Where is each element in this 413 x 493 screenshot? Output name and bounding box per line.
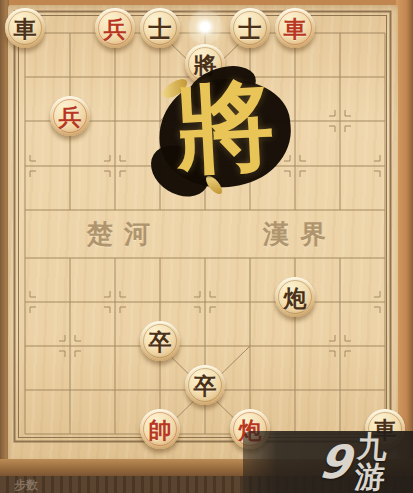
watermark-9game-logo: 9 (317, 439, 354, 485)
piece-red-chariot[interactable]: 車 (275, 8, 315, 48)
watermark-panel: 9 九游 (243, 431, 413, 493)
piece-red-general[interactable]: 帥 (140, 409, 180, 449)
piece-black-advisor-b[interactable]: 士 (230, 8, 270, 48)
piece-character: 車 (275, 8, 315, 48)
piece-character: 士 (230, 8, 270, 48)
piece-black-cannon[interactable]: 炮 (275, 277, 315, 317)
piece-character: 車 (5, 8, 45, 48)
sparkle-effect (200, 22, 210, 32)
river-label-left: 楚河 (87, 221, 161, 247)
piece-character: 卒 (185, 365, 225, 405)
piece-character: 帥 (140, 409, 180, 449)
piece-character: 兵 (95, 8, 135, 48)
check-banner-character: 將 (174, 76, 277, 179)
piece-black-chariot-a[interactable]: 車 (5, 8, 45, 48)
piece-character: 卒 (140, 321, 180, 361)
piece-black-advisor-a[interactable]: 士 (140, 8, 180, 48)
check-animation: 將 (153, 66, 297, 194)
piece-red-soldier-b[interactable]: 兵 (50, 96, 90, 136)
piece-character: 炮 (275, 277, 315, 317)
steps-counter-label: 步数 (14, 479, 38, 491)
piece-red-soldier-a[interactable]: 兵 (95, 8, 135, 48)
watermark-9game-text: 九游 (354, 432, 413, 492)
river-label-right: 漢界 (263, 221, 337, 247)
piece-character: 士 (140, 8, 180, 48)
xiangqi-game-screen: 楚河 漢界 車兵士士車將兵馬炮卒卒帥炮車 將 9 九游 步数 (0, 0, 413, 493)
piece-character: 兵 (50, 96, 90, 136)
piece-black-soldier-b[interactable]: 卒 (185, 365, 225, 405)
piece-black-soldier-a[interactable]: 卒 (140, 321, 180, 361)
